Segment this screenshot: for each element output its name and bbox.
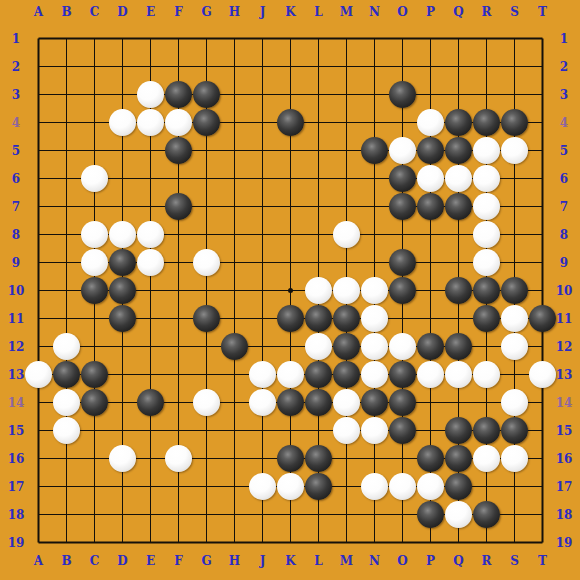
white-stone-glyph: ○ (501, 333, 528, 360)
stone-E9-white[interactable]: ○ (137, 249, 164, 276)
black-stone-glyph: ● (193, 109, 220, 136)
stone-Q4-black[interactable]: ● (445, 109, 472, 136)
black-stone-glyph: ● (389, 389, 416, 416)
white-stone-glyph: ○ (333, 417, 360, 444)
white-stone-glyph: ○ (249, 473, 276, 500)
stone-N5-black[interactable]: ● (361, 137, 388, 164)
stone-K14-black[interactable]: ● (277, 389, 304, 416)
stone-D4-white[interactable]: ○ (109, 109, 136, 136)
stone-L10-white[interactable]: ○ (305, 277, 332, 304)
white-stone-glyph: ○ (165, 445, 192, 472)
stone-M11-black[interactable]: ● (333, 305, 360, 332)
stone-M15-white[interactable]: ○ (333, 417, 360, 444)
black-stone-glyph: ● (501, 277, 528, 304)
white-stone-glyph: ○ (333, 389, 360, 416)
stone-N14-black[interactable]: ● (361, 389, 388, 416)
white-stone-glyph: ○ (305, 333, 332, 360)
stone-Q12-black[interactable]: ● (445, 333, 472, 360)
stone-G4-black[interactable]: ● (193, 109, 220, 136)
black-stone-glyph: ● (81, 389, 108, 416)
stone-O13-black[interactable]: ● (389, 361, 416, 388)
white-stone-glyph: ○ (473, 445, 500, 472)
stone-C10-black[interactable]: ● (81, 277, 108, 304)
white-stone-glyph: ○ (137, 221, 164, 248)
white-stone-glyph: ○ (445, 501, 472, 528)
black-stone-glyph: ● (109, 305, 136, 332)
stone-L13-black[interactable]: ● (305, 361, 332, 388)
stone-P12-black[interactable]: ● (417, 333, 444, 360)
white-stone-glyph: ○ (361, 417, 388, 444)
white-stone-glyph: ○ (333, 277, 360, 304)
black-stone-glyph: ● (165, 137, 192, 164)
black-stone-glyph: ● (361, 389, 388, 416)
stone-C6-white[interactable]: ○ (81, 165, 108, 192)
white-stone-glyph: ○ (529, 361, 556, 388)
black-stone-glyph: ● (165, 193, 192, 220)
black-stone-glyph: ● (81, 361, 108, 388)
stone-K16-black[interactable]: ● (277, 445, 304, 472)
stone-Q5-black[interactable]: ● (445, 137, 472, 164)
white-stone-glyph: ○ (53, 417, 80, 444)
black-stone-glyph: ● (417, 333, 444, 360)
stone-S5-white[interactable]: ○ (501, 137, 528, 164)
stone-Q16-black[interactable]: ● (445, 445, 472, 472)
white-stone-glyph: ○ (109, 109, 136, 136)
stone-E8-white[interactable]: ○ (137, 221, 164, 248)
stone-R18-black[interactable]: ● (473, 501, 500, 528)
stone-O9-black[interactable]: ● (389, 249, 416, 276)
black-stone-glyph: ● (305, 473, 332, 500)
white-stone-glyph: ○ (81, 221, 108, 248)
stone-D11-black[interactable]: ● (109, 305, 136, 332)
stone-Q7-black[interactable]: ● (445, 193, 472, 220)
white-stone-glyph: ○ (165, 109, 192, 136)
black-stone-glyph: ● (445, 277, 472, 304)
stone-F3-black[interactable]: ● (165, 81, 192, 108)
black-stone-glyph: ● (109, 277, 136, 304)
white-stone-glyph: ○ (389, 137, 416, 164)
stone-N12-white[interactable]: ○ (361, 333, 388, 360)
black-stone-glyph: ● (305, 361, 332, 388)
black-stone-glyph: ● (501, 109, 528, 136)
white-stone-glyph: ○ (417, 473, 444, 500)
black-stone-glyph: ● (389, 361, 416, 388)
black-stone-glyph: ● (445, 193, 472, 220)
stone-L14-black[interactable]: ● (305, 389, 332, 416)
stone-J17-white[interactable]: ○ (249, 473, 276, 500)
stone-P6-white[interactable]: ○ (417, 165, 444, 192)
white-stone-glyph: ○ (361, 333, 388, 360)
stone-R4-black[interactable]: ● (473, 109, 500, 136)
black-stone-glyph: ● (445, 417, 472, 444)
white-stone-glyph: ○ (417, 361, 444, 388)
white-stone-glyph: ○ (109, 221, 136, 248)
black-stone-glyph: ● (417, 445, 444, 472)
stone-O17-white[interactable]: ○ (389, 473, 416, 500)
stone-N13-white[interactable]: ○ (361, 361, 388, 388)
stone-Q18-white[interactable]: ○ (445, 501, 472, 528)
stone-C8-white[interactable]: ○ (81, 221, 108, 248)
black-stone-glyph: ● (417, 501, 444, 528)
white-stone-glyph: ○ (389, 333, 416, 360)
stone-Q10-black[interactable]: ● (445, 277, 472, 304)
stone-E14-black[interactable]: ● (137, 389, 164, 416)
stone-D10-black[interactable]: ● (109, 277, 136, 304)
white-stone-glyph: ○ (361, 473, 388, 500)
stone-O10-black[interactable]: ● (389, 277, 416, 304)
stone-O6-black[interactable]: ● (389, 165, 416, 192)
stone-P7-black[interactable]: ● (417, 193, 444, 220)
white-stone-glyph: ○ (53, 333, 80, 360)
stone-S15-black[interactable]: ● (501, 417, 528, 444)
go-board[interactable]: ABCDEFGHJKLMNOPQRST ABCDEFGHJKLMNOPQRST … (0, 0, 580, 580)
stone-S14-white[interactable]: ○ (501, 389, 528, 416)
black-stone-glyph: ● (277, 445, 304, 472)
white-stone-glyph: ○ (193, 389, 220, 416)
stone-O3-black[interactable]: ● (389, 81, 416, 108)
stone-E4-white[interactable]: ○ (137, 109, 164, 136)
stone-K4-black[interactable]: ● (277, 109, 304, 136)
black-stone-glyph: ● (81, 277, 108, 304)
black-stone-glyph: ● (137, 389, 164, 416)
white-stone-glyph: ○ (473, 137, 500, 164)
stone-S4-black[interactable]: ● (501, 109, 528, 136)
stone-T11-black[interactable]: ● (529, 305, 556, 332)
stone-R15-black[interactable]: ● (473, 417, 500, 444)
stone-F5-black[interactable]: ● (165, 137, 192, 164)
stone-L16-black[interactable]: ● (305, 445, 332, 472)
white-stone-glyph: ○ (277, 361, 304, 388)
black-stone-glyph: ● (473, 277, 500, 304)
black-stone-glyph: ● (53, 361, 80, 388)
stone-R10-black[interactable]: ● (473, 277, 500, 304)
white-stone-glyph: ○ (473, 361, 500, 388)
black-stone-glyph: ● (109, 249, 136, 276)
white-stone-glyph: ○ (193, 249, 220, 276)
stone-B14-white[interactable]: ○ (53, 389, 80, 416)
black-stone-glyph: ● (473, 417, 500, 444)
stone-G3-black[interactable]: ● (193, 81, 220, 108)
black-stone-glyph: ● (473, 501, 500, 528)
black-stone-glyph: ● (445, 109, 472, 136)
stone-J13-white[interactable]: ○ (249, 361, 276, 388)
white-stone-glyph: ○ (501, 445, 528, 472)
stone-Q15-black[interactable]: ● (445, 417, 472, 444)
black-stone-glyph: ● (221, 333, 248, 360)
black-stone-glyph: ● (445, 473, 472, 500)
stone-N17-white[interactable]: ○ (361, 473, 388, 500)
stone-N15-white[interactable]: ○ (361, 417, 388, 444)
white-stone-glyph: ○ (137, 109, 164, 136)
stone-S12-white[interactable]: ○ (501, 333, 528, 360)
black-stone-glyph: ● (417, 193, 444, 220)
white-stone-glyph: ○ (417, 109, 444, 136)
stone-O5-white[interactable]: ○ (389, 137, 416, 164)
stone-K17-white[interactable]: ○ (277, 473, 304, 500)
stone-R7-white[interactable]: ○ (473, 193, 500, 220)
stone-D16-white[interactable]: ○ (109, 445, 136, 472)
stone-M12-black[interactable]: ● (333, 333, 360, 360)
stone-T13-white[interactable]: ○ (529, 361, 556, 388)
black-stone-glyph: ● (305, 305, 332, 332)
white-stone-glyph: ○ (389, 473, 416, 500)
stone-O14-black[interactable]: ● (389, 389, 416, 416)
white-stone-glyph: ○ (501, 305, 528, 332)
white-stone-glyph: ○ (53, 389, 80, 416)
black-stone-glyph: ● (389, 277, 416, 304)
stone-S11-white[interactable]: ○ (501, 305, 528, 332)
stone-R9-white[interactable]: ○ (473, 249, 500, 276)
black-stone-glyph: ● (389, 165, 416, 192)
stone-R8-white[interactable]: ○ (473, 221, 500, 248)
black-stone-glyph: ● (165, 81, 192, 108)
stone-P4-white[interactable]: ○ (417, 109, 444, 136)
stone-O12-white[interactable]: ○ (389, 333, 416, 360)
white-stone-glyph: ○ (501, 389, 528, 416)
stone-E3-white[interactable]: ○ (137, 81, 164, 108)
white-stone-glyph: ○ (305, 277, 332, 304)
black-stone-glyph: ● (445, 445, 472, 472)
stone-M10-white[interactable]: ○ (333, 277, 360, 304)
black-stone-glyph: ● (193, 81, 220, 108)
stone-P16-black[interactable]: ● (417, 445, 444, 472)
stone-R6-white[interactable]: ○ (473, 165, 500, 192)
white-stone-glyph: ○ (473, 165, 500, 192)
stone-P5-black[interactable]: ● (417, 137, 444, 164)
white-stone-glyph: ○ (25, 361, 52, 388)
stone-M13-black[interactable]: ● (333, 361, 360, 388)
stone-F4-white[interactable]: ○ (165, 109, 192, 136)
white-stone-glyph: ○ (249, 361, 276, 388)
white-stone-glyph: ○ (501, 137, 528, 164)
stone-K13-white[interactable]: ○ (277, 361, 304, 388)
stone-F7-black[interactable]: ● (165, 193, 192, 220)
white-stone-glyph: ○ (333, 221, 360, 248)
stone-D8-white[interactable]: ○ (109, 221, 136, 248)
stone-G11-black[interactable]: ● (193, 305, 220, 332)
stone-M8-white[interactable]: ○ (333, 221, 360, 248)
white-stone-glyph: ○ (249, 389, 276, 416)
stone-F16-white[interactable]: ○ (165, 445, 192, 472)
white-stone-glyph: ○ (417, 165, 444, 192)
stone-P17-white[interactable]: ○ (417, 473, 444, 500)
stone-N11-white[interactable]: ○ (361, 305, 388, 332)
stone-B15-white[interactable]: ○ (53, 417, 80, 444)
black-stone-glyph: ● (389, 193, 416, 220)
black-stone-glyph: ● (305, 445, 332, 472)
black-stone-glyph: ● (333, 361, 360, 388)
stone-B12-white[interactable]: ○ (53, 333, 80, 360)
black-stone-glyph: ● (277, 109, 304, 136)
stone-M14-white[interactable]: ○ (333, 389, 360, 416)
black-stone-glyph: ● (361, 137, 388, 164)
white-stone-glyph: ○ (81, 165, 108, 192)
stone-C13-black[interactable]: ● (81, 361, 108, 388)
white-stone-glyph: ○ (445, 165, 472, 192)
black-stone-glyph: ● (389, 249, 416, 276)
black-stone-glyph: ● (501, 417, 528, 444)
stone-J14-white[interactable]: ○ (249, 389, 276, 416)
stone-L17-black[interactable]: ● (305, 473, 332, 500)
stone-S16-white[interactable]: ○ (501, 445, 528, 472)
stone-Q17-black[interactable]: ● (445, 473, 472, 500)
stone-P18-black[interactable]: ● (417, 501, 444, 528)
white-stone-glyph: ○ (473, 193, 500, 220)
white-stone-glyph: ○ (445, 361, 472, 388)
stone-O7-black[interactable]: ● (389, 193, 416, 220)
black-stone-glyph: ● (389, 81, 416, 108)
tengen-dot (288, 288, 293, 293)
white-stone-glyph: ○ (361, 277, 388, 304)
stone-Q13-white[interactable]: ○ (445, 361, 472, 388)
white-stone-glyph: ○ (109, 445, 136, 472)
stone-N10-white[interactable]: ○ (361, 277, 388, 304)
stone-C9-white[interactable]: ○ (81, 249, 108, 276)
white-stone-glyph: ○ (81, 249, 108, 276)
black-stone-glyph: ● (333, 333, 360, 360)
black-stone-glyph: ● (277, 389, 304, 416)
black-stone-glyph: ● (445, 137, 472, 164)
stone-Q6-white[interactable]: ○ (445, 165, 472, 192)
stone-H12-black[interactable]: ● (221, 333, 248, 360)
stone-R13-white[interactable]: ○ (473, 361, 500, 388)
white-stone-glyph: ○ (361, 361, 388, 388)
white-stone-glyph: ○ (473, 249, 500, 276)
black-stone-glyph: ● (529, 305, 556, 332)
stone-R11-black[interactable]: ● (473, 305, 500, 332)
stone-R16-white[interactable]: ○ (473, 445, 500, 472)
black-stone-glyph: ● (389, 417, 416, 444)
stone-B13-black[interactable]: ● (53, 361, 80, 388)
white-stone-glyph: ○ (361, 305, 388, 332)
stone-S10-black[interactable]: ● (501, 277, 528, 304)
stone-R5-white[interactable]: ○ (473, 137, 500, 164)
black-stone-glyph: ● (277, 305, 304, 332)
black-stone-glyph: ● (473, 305, 500, 332)
black-stone-glyph: ● (445, 333, 472, 360)
stone-L11-black[interactable]: ● (305, 305, 332, 332)
white-stone-glyph: ○ (473, 221, 500, 248)
stone-G14-white[interactable]: ○ (193, 389, 220, 416)
black-stone-glyph: ● (333, 305, 360, 332)
stone-O15-black[interactable]: ● (389, 417, 416, 444)
stone-K11-black[interactable]: ● (277, 305, 304, 332)
black-stone-glyph: ● (473, 109, 500, 136)
stone-C14-black[interactable]: ● (81, 389, 108, 416)
white-stone-glyph: ○ (137, 81, 164, 108)
stone-A13-white[interactable]: ○ (25, 361, 52, 388)
white-stone-glyph: ○ (137, 249, 164, 276)
white-stone-glyph: ○ (277, 473, 304, 500)
black-stone-glyph: ● (193, 305, 220, 332)
stone-G9-white[interactable]: ○ (193, 249, 220, 276)
stone-D9-black[interactable]: ● (109, 249, 136, 276)
black-stone-glyph: ● (417, 137, 444, 164)
stone-P13-white[interactable]: ○ (417, 361, 444, 388)
black-stone-glyph: ● (305, 389, 332, 416)
stone-L12-white[interactable]: ○ (305, 333, 332, 360)
